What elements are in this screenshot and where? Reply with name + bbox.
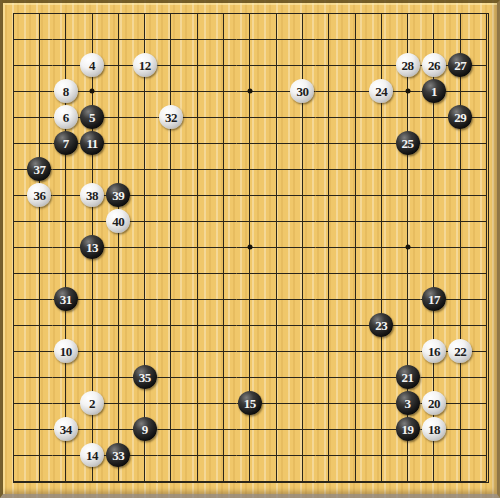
intersection[interactable] bbox=[131, 312, 157, 338]
intersection[interactable] bbox=[105, 338, 131, 364]
intersection[interactable] bbox=[210, 26, 236, 52]
intersection[interactable] bbox=[263, 312, 289, 338]
intersection[interactable] bbox=[394, 312, 420, 338]
white-stone-38[interactable]: 38 bbox=[80, 183, 104, 207]
black-stone-29[interactable]: 29 bbox=[448, 105, 472, 129]
intersection[interactable] bbox=[210, 130, 236, 156]
intersection[interactable] bbox=[342, 26, 368, 52]
intersection[interactable] bbox=[447, 364, 473, 390]
intersection[interactable] bbox=[210, 234, 236, 260]
intersection[interactable] bbox=[0, 0, 26, 26]
intersection[interactable] bbox=[263, 156, 289, 182]
intersection[interactable] bbox=[368, 468, 394, 494]
intersection[interactable] bbox=[289, 286, 315, 312]
intersection[interactable] bbox=[447, 312, 473, 338]
black-stone-31[interactable]: 31 bbox=[54, 287, 78, 311]
intersection-star-point[interactable]: 15 bbox=[237, 390, 263, 416]
intersection[interactable]: 10 bbox=[53, 338, 79, 364]
intersection[interactable] bbox=[421, 104, 447, 130]
intersection[interactable] bbox=[237, 312, 263, 338]
intersection[interactable] bbox=[158, 416, 184, 442]
intersection[interactable] bbox=[447, 390, 473, 416]
intersection[interactable] bbox=[53, 390, 79, 416]
intersection[interactable]: 19 bbox=[394, 416, 420, 442]
intersection[interactable] bbox=[289, 182, 315, 208]
intersection[interactable] bbox=[131, 442, 157, 468]
white-stone-32[interactable]: 32 bbox=[159, 105, 183, 129]
white-stone-20[interactable]: 20 bbox=[422, 391, 446, 415]
intersection[interactable] bbox=[368, 338, 394, 364]
intersection[interactable] bbox=[316, 104, 342, 130]
intersection[interactable] bbox=[447, 442, 473, 468]
intersection[interactable] bbox=[394, 286, 420, 312]
intersection[interactable] bbox=[289, 312, 315, 338]
intersection[interactable] bbox=[105, 234, 131, 260]
intersection[interactable] bbox=[0, 78, 26, 104]
intersection[interactable] bbox=[237, 468, 263, 494]
intersection[interactable]: 35 bbox=[131, 364, 157, 390]
intersection[interactable] bbox=[394, 0, 420, 26]
intersection[interactable] bbox=[158, 156, 184, 182]
intersection[interactable] bbox=[473, 234, 499, 260]
intersection[interactable] bbox=[263, 78, 289, 104]
intersection[interactable] bbox=[263, 338, 289, 364]
intersection[interactable] bbox=[368, 52, 394, 78]
black-stone-1[interactable]: 1 bbox=[422, 79, 446, 103]
intersection[interactable] bbox=[0, 130, 26, 156]
intersection[interactable] bbox=[237, 182, 263, 208]
intersection[interactable] bbox=[263, 130, 289, 156]
intersection[interactable] bbox=[237, 364, 263, 390]
intersection[interactable] bbox=[447, 286, 473, 312]
intersection[interactable] bbox=[237, 156, 263, 182]
intersection[interactable] bbox=[79, 364, 105, 390]
intersection[interactable] bbox=[184, 0, 210, 26]
intersection[interactable] bbox=[105, 130, 131, 156]
intersection[interactable] bbox=[447, 416, 473, 442]
intersection[interactable] bbox=[368, 416, 394, 442]
intersection[interactable] bbox=[105, 104, 131, 130]
intersection[interactable] bbox=[184, 390, 210, 416]
intersection[interactable] bbox=[237, 338, 263, 364]
intersection[interactable] bbox=[158, 26, 184, 52]
intersection[interactable] bbox=[210, 156, 236, 182]
intersection[interactable] bbox=[473, 468, 499, 494]
intersection[interactable] bbox=[368, 182, 394, 208]
intersection[interactable] bbox=[421, 312, 447, 338]
intersection[interactable] bbox=[394, 260, 420, 286]
intersection[interactable] bbox=[316, 26, 342, 52]
intersection[interactable] bbox=[263, 52, 289, 78]
intersection[interactable] bbox=[131, 130, 157, 156]
black-stone-15[interactable]: 15 bbox=[238, 391, 262, 415]
intersection[interactable] bbox=[289, 260, 315, 286]
intersection[interactable] bbox=[316, 260, 342, 286]
intersection[interactable] bbox=[368, 390, 394, 416]
intersection[interactable] bbox=[316, 468, 342, 494]
intersection[interactable] bbox=[237, 0, 263, 26]
black-stone-21[interactable]: 21 bbox=[396, 365, 420, 389]
intersection[interactable] bbox=[131, 338, 157, 364]
white-stone-36[interactable]: 36 bbox=[27, 183, 51, 207]
intersection[interactable] bbox=[237, 416, 263, 442]
intersection[interactable]: 4 bbox=[79, 52, 105, 78]
white-stone-30[interactable]: 30 bbox=[290, 79, 314, 103]
intersection[interactable] bbox=[394, 468, 420, 494]
intersection[interactable] bbox=[79, 286, 105, 312]
intersection[interactable]: 22 bbox=[447, 338, 473, 364]
intersection[interactable] bbox=[421, 182, 447, 208]
intersection[interactable] bbox=[184, 286, 210, 312]
intersection[interactable] bbox=[79, 26, 105, 52]
intersection[interactable] bbox=[53, 234, 79, 260]
intersection[interactable] bbox=[447, 208, 473, 234]
intersection[interactable] bbox=[289, 234, 315, 260]
intersection[interactable] bbox=[263, 104, 289, 130]
intersection[interactable] bbox=[210, 78, 236, 104]
intersection[interactable] bbox=[473, 208, 499, 234]
intersection[interactable] bbox=[316, 338, 342, 364]
intersection[interactable] bbox=[79, 260, 105, 286]
intersection[interactable] bbox=[473, 182, 499, 208]
intersection[interactable] bbox=[158, 130, 184, 156]
intersection[interactable]: 18 bbox=[421, 416, 447, 442]
intersection[interactable] bbox=[421, 234, 447, 260]
intersection[interactable]: 25 bbox=[394, 130, 420, 156]
intersection[interactable] bbox=[342, 78, 368, 104]
intersection-star-point[interactable] bbox=[394, 234, 420, 260]
intersection[interactable] bbox=[289, 442, 315, 468]
black-stone-7[interactable]: 7 bbox=[54, 131, 78, 155]
intersection[interactable] bbox=[158, 78, 184, 104]
intersection[interactable] bbox=[131, 468, 157, 494]
intersection[interactable]: 34 bbox=[53, 416, 79, 442]
intersection[interactable] bbox=[158, 260, 184, 286]
intersection[interactable] bbox=[0, 182, 26, 208]
intersection[interactable] bbox=[289, 26, 315, 52]
intersection[interactable] bbox=[0, 286, 26, 312]
intersection[interactable] bbox=[342, 234, 368, 260]
intersection[interactable]: 12 bbox=[131, 52, 157, 78]
intersection[interactable]: 16 bbox=[421, 338, 447, 364]
intersection[interactable] bbox=[473, 442, 499, 468]
intersection[interactable] bbox=[105, 390, 131, 416]
intersection[interactable] bbox=[210, 208, 236, 234]
intersection[interactable] bbox=[53, 156, 79, 182]
intersection[interactable] bbox=[342, 104, 368, 130]
intersection[interactable] bbox=[210, 390, 236, 416]
intersection[interactable] bbox=[263, 0, 289, 26]
intersection[interactable] bbox=[210, 416, 236, 442]
intersection[interactable] bbox=[26, 130, 52, 156]
intersection[interactable] bbox=[79, 208, 105, 234]
intersection[interactable] bbox=[158, 0, 184, 26]
intersection[interactable] bbox=[26, 104, 52, 130]
intersection[interactable] bbox=[184, 338, 210, 364]
intersection[interactable] bbox=[0, 104, 26, 130]
intersection[interactable] bbox=[342, 208, 368, 234]
intersection[interactable] bbox=[210, 104, 236, 130]
intersection[interactable] bbox=[158, 286, 184, 312]
intersection[interactable] bbox=[210, 312, 236, 338]
intersection[interactable] bbox=[158, 468, 184, 494]
intersection[interactable] bbox=[79, 312, 105, 338]
intersection[interactable] bbox=[79, 156, 105, 182]
intersection[interactable] bbox=[131, 234, 157, 260]
intersection[interactable] bbox=[184, 156, 210, 182]
intersection[interactable] bbox=[289, 208, 315, 234]
intersection[interactable] bbox=[316, 182, 342, 208]
intersection[interactable] bbox=[316, 442, 342, 468]
intersection[interactable] bbox=[237, 208, 263, 234]
intersection[interactable] bbox=[26, 0, 52, 26]
black-stone-17[interactable]: 17 bbox=[422, 287, 446, 311]
intersection[interactable] bbox=[105, 468, 131, 494]
intersection[interactable] bbox=[184, 234, 210, 260]
intersection[interactable] bbox=[473, 338, 499, 364]
intersection[interactable] bbox=[342, 260, 368, 286]
intersection[interactable] bbox=[131, 390, 157, 416]
intersection[interactable] bbox=[237, 104, 263, 130]
intersection[interactable] bbox=[342, 416, 368, 442]
intersection[interactable] bbox=[0, 52, 26, 78]
intersection[interactable] bbox=[263, 260, 289, 286]
intersection[interactable] bbox=[368, 286, 394, 312]
intersection[interactable] bbox=[263, 26, 289, 52]
intersection[interactable] bbox=[316, 390, 342, 416]
intersection[interactable] bbox=[53, 26, 79, 52]
intersection[interactable] bbox=[79, 0, 105, 26]
intersection[interactable] bbox=[289, 52, 315, 78]
intersection[interactable]: 5 bbox=[79, 104, 105, 130]
intersection[interactable] bbox=[421, 156, 447, 182]
intersection[interactable] bbox=[26, 208, 52, 234]
intersection[interactable] bbox=[263, 364, 289, 390]
intersection[interactable]: 9 bbox=[131, 416, 157, 442]
intersection[interactable] bbox=[158, 364, 184, 390]
intersection[interactable]: 29 bbox=[447, 104, 473, 130]
white-stone-12[interactable]: 12 bbox=[133, 53, 157, 77]
intersection[interactable] bbox=[131, 0, 157, 26]
intersection[interactable] bbox=[394, 442, 420, 468]
intersection[interactable] bbox=[368, 104, 394, 130]
intersection[interactable] bbox=[447, 26, 473, 52]
intersection[interactable]: 28 bbox=[394, 52, 420, 78]
intersection[interactable] bbox=[26, 26, 52, 52]
intersection[interactable] bbox=[53, 182, 79, 208]
intersection[interactable]: 40 bbox=[105, 208, 131, 234]
intersection[interactable] bbox=[26, 416, 52, 442]
intersection[interactable] bbox=[342, 442, 368, 468]
intersection[interactable] bbox=[289, 416, 315, 442]
intersection[interactable] bbox=[210, 338, 236, 364]
intersection[interactable] bbox=[105, 0, 131, 26]
intersection[interactable] bbox=[237, 442, 263, 468]
intersection[interactable] bbox=[158, 442, 184, 468]
intersection[interactable]: 27 bbox=[447, 52, 473, 78]
intersection[interactable] bbox=[316, 156, 342, 182]
intersection[interactable] bbox=[368, 208, 394, 234]
white-stone-8[interactable]: 8 bbox=[54, 79, 78, 103]
intersection[interactable] bbox=[0, 416, 26, 442]
intersection[interactable] bbox=[421, 0, 447, 26]
intersection[interactable] bbox=[473, 260, 499, 286]
intersection[interactable] bbox=[53, 312, 79, 338]
intersection[interactable] bbox=[131, 208, 157, 234]
intersection[interactable] bbox=[105, 78, 131, 104]
intersection[interactable] bbox=[131, 78, 157, 104]
intersection[interactable] bbox=[0, 468, 26, 494]
intersection[interactable] bbox=[158, 338, 184, 364]
intersection[interactable] bbox=[184, 260, 210, 286]
intersection[interactable] bbox=[237, 260, 263, 286]
intersection[interactable] bbox=[394, 104, 420, 130]
intersection[interactable] bbox=[210, 182, 236, 208]
intersection[interactable] bbox=[184, 130, 210, 156]
intersection[interactable] bbox=[237, 26, 263, 52]
intersection[interactable] bbox=[473, 312, 499, 338]
black-stone-3[interactable]: 3 bbox=[396, 391, 420, 415]
intersection[interactable] bbox=[263, 208, 289, 234]
intersection[interactable] bbox=[368, 130, 394, 156]
intersection[interactable]: 1 bbox=[421, 78, 447, 104]
intersection[interactable] bbox=[368, 0, 394, 26]
intersection[interactable] bbox=[0, 260, 26, 286]
intersection[interactable] bbox=[53, 208, 79, 234]
intersection[interactable] bbox=[158, 312, 184, 338]
intersection[interactable] bbox=[342, 182, 368, 208]
intersection[interactable] bbox=[342, 468, 368, 494]
intersection[interactable]: 11 bbox=[79, 130, 105, 156]
intersection[interactable] bbox=[53, 468, 79, 494]
intersection[interactable] bbox=[26, 78, 52, 104]
intersection[interactable] bbox=[263, 234, 289, 260]
black-stone-13[interactable]: 13 bbox=[80, 235, 104, 259]
intersection[interactable] bbox=[105, 416, 131, 442]
intersection[interactable] bbox=[316, 286, 342, 312]
white-stone-2[interactable]: 2 bbox=[80, 391, 104, 415]
intersection[interactable] bbox=[131, 26, 157, 52]
intersection[interactable] bbox=[368, 234, 394, 260]
intersection-star-point[interactable]: 3 bbox=[394, 390, 420, 416]
black-stone-27[interactable]: 27 bbox=[448, 53, 472, 77]
white-stone-22[interactable]: 22 bbox=[448, 339, 472, 363]
intersection[interactable] bbox=[394, 156, 420, 182]
intersection[interactable] bbox=[184, 52, 210, 78]
intersection[interactable] bbox=[105, 156, 131, 182]
intersection[interactable] bbox=[473, 0, 499, 26]
intersection[interactable] bbox=[131, 104, 157, 130]
intersection[interactable] bbox=[53, 260, 79, 286]
intersection[interactable] bbox=[289, 468, 315, 494]
black-stone-19[interactable]: 19 bbox=[396, 417, 420, 441]
intersection[interactable] bbox=[0, 26, 26, 52]
intersection[interactable] bbox=[421, 260, 447, 286]
intersection[interactable] bbox=[158, 390, 184, 416]
black-stone-33[interactable]: 33 bbox=[106, 443, 130, 467]
intersection[interactable] bbox=[368, 364, 394, 390]
intersection[interactable] bbox=[368, 156, 394, 182]
intersection[interactable] bbox=[131, 286, 157, 312]
intersection[interactable] bbox=[0, 338, 26, 364]
intersection[interactable] bbox=[342, 286, 368, 312]
intersection[interactable] bbox=[263, 442, 289, 468]
intersection[interactable] bbox=[26, 364, 52, 390]
intersection[interactable]: 26 bbox=[421, 52, 447, 78]
white-stone-10[interactable]: 10 bbox=[54, 339, 78, 363]
intersection[interactable] bbox=[263, 390, 289, 416]
intersection[interactable]: 30 bbox=[289, 78, 315, 104]
intersection[interactable] bbox=[421, 364, 447, 390]
intersection[interactable] bbox=[316, 416, 342, 442]
intersection[interactable] bbox=[316, 78, 342, 104]
intersection[interactable] bbox=[394, 26, 420, 52]
intersection[interactable] bbox=[342, 130, 368, 156]
intersection[interactable]: 23 bbox=[368, 312, 394, 338]
intersection[interactable] bbox=[53, 0, 79, 26]
intersection[interactable] bbox=[210, 468, 236, 494]
intersection[interactable] bbox=[473, 26, 499, 52]
intersection[interactable]: 38 bbox=[79, 182, 105, 208]
intersection[interactable] bbox=[473, 78, 499, 104]
intersection-star-point[interactable] bbox=[237, 234, 263, 260]
intersection[interactable] bbox=[79, 468, 105, 494]
intersection[interactable] bbox=[447, 78, 473, 104]
intersection[interactable] bbox=[131, 156, 157, 182]
intersection[interactable] bbox=[105, 312, 131, 338]
intersection[interactable] bbox=[289, 104, 315, 130]
intersection[interactable] bbox=[184, 364, 210, 390]
white-stone-4[interactable]: 4 bbox=[80, 53, 104, 77]
intersection[interactable] bbox=[210, 364, 236, 390]
intersection[interactable]: 39 bbox=[105, 182, 131, 208]
intersection[interactable] bbox=[53, 52, 79, 78]
intersection[interactable] bbox=[263, 182, 289, 208]
intersection[interactable] bbox=[26, 442, 52, 468]
intersection-star-point[interactable]: 13 bbox=[79, 234, 105, 260]
intersection[interactable] bbox=[447, 234, 473, 260]
intersection[interactable] bbox=[184, 416, 210, 442]
intersection[interactable] bbox=[237, 130, 263, 156]
black-stone-37[interactable]: 37 bbox=[27, 157, 51, 181]
intersection[interactable]: 17 bbox=[421, 286, 447, 312]
intersection[interactable] bbox=[473, 390, 499, 416]
intersection[interactable] bbox=[210, 260, 236, 286]
intersection[interactable] bbox=[289, 130, 315, 156]
intersection[interactable] bbox=[316, 52, 342, 78]
intersection[interactable] bbox=[184, 208, 210, 234]
intersection[interactable] bbox=[184, 442, 210, 468]
intersection-star-point[interactable] bbox=[394, 78, 420, 104]
white-stone-28[interactable]: 28 bbox=[396, 53, 420, 77]
intersection[interactable] bbox=[316, 130, 342, 156]
intersection[interactable] bbox=[342, 390, 368, 416]
intersection[interactable] bbox=[447, 0, 473, 26]
intersection[interactable] bbox=[289, 338, 315, 364]
intersection[interactable] bbox=[263, 416, 289, 442]
intersection[interactable] bbox=[289, 156, 315, 182]
intersection[interactable] bbox=[79, 416, 105, 442]
intersection[interactable] bbox=[158, 52, 184, 78]
intersection[interactable] bbox=[342, 364, 368, 390]
intersection[interactable] bbox=[473, 364, 499, 390]
intersection[interactable] bbox=[79, 338, 105, 364]
intersection[interactable] bbox=[447, 260, 473, 286]
intersection[interactable] bbox=[289, 0, 315, 26]
intersection[interactable] bbox=[0, 364, 26, 390]
intersection[interactable] bbox=[158, 182, 184, 208]
intersection[interactable] bbox=[447, 468, 473, 494]
